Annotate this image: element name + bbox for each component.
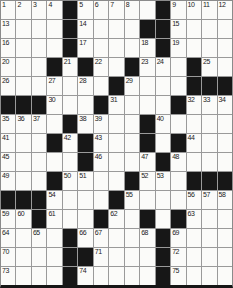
cell-r0c9[interactable] xyxy=(140,1,154,19)
black-cell-r14c10 xyxy=(156,267,170,285)
cell-r12c9[interactable]: 68 xyxy=(140,229,154,247)
cell-number: 31 xyxy=(110,96,117,104)
cell-r6c1[interactable]: 36 xyxy=(16,115,30,133)
black-cell-r0c4 xyxy=(63,1,77,19)
cell-r7c14[interactable] xyxy=(218,134,232,152)
cell-r13c3[interactable] xyxy=(47,248,61,266)
cell-r11c8[interactable] xyxy=(125,210,139,228)
cell-number: 22 xyxy=(95,58,102,66)
cell-number: 44 xyxy=(188,134,195,142)
black-cell-r11c2 xyxy=(32,210,46,228)
cell-r9c2[interactable] xyxy=(32,172,46,190)
black-cell-r6c9 xyxy=(140,115,154,133)
cell-r0c11[interactable]: 9 xyxy=(171,1,185,19)
cell-r7c10[interactable] xyxy=(156,134,170,152)
black-cell-r8c5 xyxy=(78,153,92,171)
cell-r6c8[interactable] xyxy=(125,115,139,133)
black-cell-r5c1 xyxy=(16,96,30,114)
cell-r4c3[interactable]: 27 xyxy=(47,77,61,95)
cell-number: 45 xyxy=(2,153,9,161)
cell-number: 64 xyxy=(2,229,9,237)
cell-r10c14[interactable]: 58 xyxy=(218,191,232,209)
cell-number: 28 xyxy=(79,77,86,85)
cell-r2c14[interactable] xyxy=(218,39,232,57)
cell-r9c7[interactable] xyxy=(109,172,123,190)
cell-r11c13[interactable] xyxy=(202,210,216,228)
cell-number: 7 xyxy=(110,1,113,9)
cell-r5c12[interactable]: 32 xyxy=(187,96,201,114)
cell-r2c3[interactable] xyxy=(47,39,61,57)
cell-r3c1[interactable] xyxy=(16,58,30,76)
cell-r1c0[interactable]: 13 xyxy=(1,20,15,38)
black-cell-r3c5 xyxy=(78,58,92,76)
cell-r0c13[interactable]: 11 xyxy=(202,1,216,19)
cell-r13c2[interactable] xyxy=(32,248,46,266)
cell-number: 75 xyxy=(172,267,179,275)
cell-r7c4[interactable]: 42 xyxy=(63,134,77,152)
cell-r14c11[interactable]: 75 xyxy=(171,267,185,285)
cell-r2c12[interactable] xyxy=(187,39,201,57)
cell-number: 10 xyxy=(188,1,195,9)
cell-number: 37 xyxy=(33,115,40,123)
black-cell-r7c11 xyxy=(171,134,185,152)
cell-r12c0[interactable]: 64 xyxy=(1,229,15,247)
cell-r7c8[interactable] xyxy=(125,134,139,152)
black-cell-r10c7 xyxy=(109,191,123,209)
cell-number: 63 xyxy=(188,210,195,218)
cell-r13c14[interactable] xyxy=(218,248,232,266)
cell-number: 19 xyxy=(172,39,179,47)
cell-r8c11[interactable]: 48 xyxy=(171,153,185,171)
cell-r12c3[interactable] xyxy=(47,229,61,247)
black-cell-r6c4 xyxy=(63,115,77,133)
cell-r10c10[interactable] xyxy=(156,191,170,209)
cell-r12c7[interactable] xyxy=(109,229,123,247)
cell-r1c11[interactable]: 15 xyxy=(171,20,185,38)
cell-r5c9[interactable] xyxy=(140,96,154,114)
cell-number: 29 xyxy=(126,77,133,85)
cell-r9c0[interactable]: 49 xyxy=(1,172,15,190)
cell-r8c12[interactable] xyxy=(187,153,201,171)
cell-number: 21 xyxy=(64,58,71,66)
cell-number: 15 xyxy=(172,20,179,28)
cell-number: 53 xyxy=(157,172,164,180)
black-cell-r7c9 xyxy=(140,134,154,152)
cell-r8c9[interactable]: 47 xyxy=(140,153,154,171)
cell-number: 23 xyxy=(141,58,148,66)
cell-r7c12[interactable]: 44 xyxy=(187,134,201,152)
cell-number: 32 xyxy=(188,96,195,104)
cell-r5c8[interactable] xyxy=(125,96,139,114)
cell-number: 46 xyxy=(95,153,102,161)
cell-r4c11[interactable] xyxy=(171,77,185,95)
cell-number: 49 xyxy=(2,172,9,180)
cell-number: 13 xyxy=(2,20,9,28)
cell-r3c4[interactable]: 21 xyxy=(63,58,77,76)
cell-r2c2[interactable] xyxy=(32,39,46,57)
cell-number: 52 xyxy=(141,172,148,180)
cell-r2c8[interactable] xyxy=(125,39,139,57)
cell-r3c13[interactable]: 25 xyxy=(202,58,216,76)
cell-r14c6[interactable] xyxy=(94,267,108,285)
cell-number: 24 xyxy=(157,58,164,66)
black-cell-r4c7 xyxy=(109,77,123,95)
cell-r3c0[interactable]: 20 xyxy=(1,58,15,76)
cell-r3c14[interactable] xyxy=(218,58,232,76)
cell-number: 60 xyxy=(17,210,24,218)
cell-r10c9[interactable] xyxy=(140,191,154,209)
cell-r14c12[interactable] xyxy=(187,267,201,285)
cell-r11c0[interactable]: 59 xyxy=(1,210,15,228)
cell-r8c13[interactable] xyxy=(202,153,216,171)
cell-r0c14[interactable]: 12 xyxy=(218,1,232,19)
cell-r10c11[interactable] xyxy=(171,191,185,209)
cell-r5c13[interactable]: 33 xyxy=(202,96,216,114)
cell-number: 43 xyxy=(95,134,102,142)
cell-r8c2[interactable] xyxy=(32,153,46,171)
cell-r5c3[interactable]: 30 xyxy=(47,96,61,114)
cell-number: 14 xyxy=(79,20,86,28)
cell-number: 59 xyxy=(2,210,9,218)
crossword-grid: 1234567891011121314151617181920212223242… xyxy=(0,0,233,288)
cell-r13c9[interactable] xyxy=(140,248,154,266)
cell-r2c0[interactable]: 16 xyxy=(1,39,15,57)
cell-r6c14[interactable] xyxy=(218,115,232,133)
black-cell-r4c13 xyxy=(202,77,216,95)
cell-r12c1[interactable] xyxy=(16,229,30,247)
cell-number: 8 xyxy=(126,1,129,9)
cell-r8c1[interactable] xyxy=(16,153,30,171)
cell-number: 66 xyxy=(79,229,86,237)
cell-r14c1[interactable] xyxy=(16,267,30,285)
cell-r3c6[interactable]: 22 xyxy=(94,58,108,76)
cell-r1c3[interactable] xyxy=(47,20,61,38)
cell-number: 48 xyxy=(172,153,179,161)
cell-r4c2[interactable] xyxy=(32,77,46,95)
cell-r2c13[interactable] xyxy=(202,39,216,57)
cell-r13c1[interactable] xyxy=(16,248,30,266)
cell-number: 3 xyxy=(33,1,36,9)
cell-number: 12 xyxy=(219,1,226,9)
cell-r6c0[interactable]: 35 xyxy=(1,115,15,133)
cell-number: 34 xyxy=(219,96,226,104)
cell-r10c12[interactable]: 56 xyxy=(187,191,201,209)
cell-r7c0[interactable]: 41 xyxy=(1,134,15,152)
black-cell-r9c8 xyxy=(125,172,139,190)
cell-number: 30 xyxy=(48,96,55,104)
cell-number: 61 xyxy=(48,210,55,218)
cell-r13c8[interactable] xyxy=(125,248,139,266)
cell-r3c10[interactable]: 24 xyxy=(156,58,170,76)
cell-r4c9[interactable] xyxy=(140,77,154,95)
cell-r6c12[interactable] xyxy=(187,115,201,133)
cell-number: 27 xyxy=(48,77,55,85)
black-cell-r14c4 xyxy=(63,267,77,285)
cell-r6c2[interactable]: 37 xyxy=(32,115,46,133)
cell-r9c9[interactable]: 52 xyxy=(140,172,154,190)
cell-r5c5[interactable] xyxy=(78,96,92,114)
cell-r14c7[interactable] xyxy=(109,267,123,285)
cell-r13c11[interactable]: 72 xyxy=(171,248,185,266)
cell-r9c11[interactable] xyxy=(171,172,185,190)
black-cell-r10c0 xyxy=(1,191,15,209)
cell-r4c0[interactable]: 26 xyxy=(1,77,15,95)
black-cell-r4c14 xyxy=(218,77,232,95)
cell-r6c13[interactable] xyxy=(202,115,216,133)
cell-number: 5 xyxy=(79,1,82,9)
cell-r1c5[interactable]: 14 xyxy=(78,20,92,38)
cell-r0c6[interactable]: 6 xyxy=(94,1,108,19)
cell-number: 16 xyxy=(2,39,9,47)
cell-r13c0[interactable]: 70 xyxy=(1,248,15,266)
cell-r8c4[interactable] xyxy=(63,153,77,171)
cell-number: 39 xyxy=(95,115,102,123)
black-cell-r9c14 xyxy=(218,172,232,190)
cell-r14c8[interactable] xyxy=(125,267,139,285)
cell-r12c11[interactable]: 69 xyxy=(171,229,185,247)
cell-number: 65 xyxy=(33,229,40,237)
cell-number: 70 xyxy=(2,248,9,256)
cell-number: 33 xyxy=(203,96,210,104)
cell-r0c0[interactable]: 1 xyxy=(1,1,15,19)
black-cell-r13c4 xyxy=(63,248,77,266)
cell-number: 4 xyxy=(48,1,51,9)
cell-number: 40 xyxy=(157,115,164,123)
cell-number: 56 xyxy=(188,191,195,199)
cell-r11c3[interactable]: 61 xyxy=(47,210,61,228)
cell-r3c9[interactable]: 23 xyxy=(140,58,154,76)
cell-r4c5[interactable]: 28 xyxy=(78,77,92,95)
black-cell-r0c10 xyxy=(156,1,170,19)
cell-number: 18 xyxy=(141,39,148,47)
black-cell-r1c4 xyxy=(63,20,77,38)
black-cell-r5c6 xyxy=(94,96,108,114)
cell-number: 54 xyxy=(48,191,55,199)
cell-number: 68 xyxy=(141,229,148,237)
cell-number: 72 xyxy=(172,248,179,256)
cell-r11c10[interactable] xyxy=(156,210,170,228)
cell-r1c14[interactable] xyxy=(218,20,232,38)
black-cell-r2c10 xyxy=(156,39,170,57)
black-cell-r5c0 xyxy=(1,96,15,114)
cell-r12c5[interactable]: 66 xyxy=(78,229,92,247)
cell-number: 73 xyxy=(2,267,9,275)
black-cell-r8c10 xyxy=(156,153,170,171)
cell-r8c3[interactable] xyxy=(47,153,61,171)
cell-r12c14[interactable] xyxy=(218,229,232,247)
cell-r6c3[interactable] xyxy=(47,115,61,133)
cell-number: 47 xyxy=(141,153,148,161)
cell-r11c12[interactable]: 63 xyxy=(187,210,201,228)
cell-r7c6[interactable]: 43 xyxy=(94,134,108,152)
cell-r12c8[interactable] xyxy=(125,229,139,247)
cell-r0c1[interactable]: 2 xyxy=(16,1,30,19)
cell-r0c8[interactable]: 8 xyxy=(125,1,139,19)
black-cell-r12c10 xyxy=(156,229,170,247)
black-cell-r13c5 xyxy=(78,248,92,266)
cell-number: 2 xyxy=(17,1,20,9)
black-cell-r11c9 xyxy=(140,210,154,228)
cell-number: 71 xyxy=(95,248,102,256)
cell-r1c1[interactable] xyxy=(16,20,30,38)
cell-r10c6[interactable] xyxy=(94,191,108,209)
cell-r7c7[interactable] xyxy=(109,134,123,152)
black-cell-r4c12 xyxy=(187,77,201,95)
cell-r14c13[interactable] xyxy=(202,267,216,285)
cell-r4c4[interactable] xyxy=(63,77,77,95)
cell-number: 67 xyxy=(95,229,102,237)
cell-r10c8[interactable]: 55 xyxy=(125,191,139,209)
cell-r8c8[interactable] xyxy=(125,153,139,171)
cell-r8c14[interactable] xyxy=(218,153,232,171)
black-cell-r5c2 xyxy=(32,96,46,114)
cell-number: 36 xyxy=(17,115,24,123)
cell-r1c7[interactable] xyxy=(109,20,123,38)
cell-r1c2[interactable] xyxy=(32,20,46,38)
cell-r5c7[interactable]: 31 xyxy=(109,96,123,114)
black-cell-r13c10 xyxy=(156,248,170,266)
cell-r6c7[interactable] xyxy=(109,115,123,133)
cell-r12c6[interactable]: 67 xyxy=(94,229,108,247)
cell-r6c5[interactable]: 38 xyxy=(78,115,92,133)
cell-number: 9 xyxy=(172,1,175,9)
cell-r2c7[interactable] xyxy=(109,39,123,57)
cell-number: 1 xyxy=(2,1,5,9)
cell-r5c14[interactable]: 34 xyxy=(218,96,232,114)
cell-r0c3[interactable]: 4 xyxy=(47,1,61,19)
cell-number: 55 xyxy=(126,191,133,199)
cell-r1c8[interactable] xyxy=(125,20,139,38)
cell-r3c7[interactable] xyxy=(109,58,123,76)
cell-r1c6[interactable] xyxy=(94,20,108,38)
cell-r14c2[interactable] xyxy=(32,267,46,285)
cell-r2c5[interactable]: 17 xyxy=(78,39,92,57)
black-cell-r5c11 xyxy=(171,96,185,114)
cell-r11c1[interactable]: 60 xyxy=(16,210,30,228)
cell-r9c4[interactable]: 50 xyxy=(63,172,77,190)
cell-r2c6[interactable] xyxy=(94,39,108,57)
cell-r13c13[interactable] xyxy=(202,248,216,266)
cell-number: 38 xyxy=(79,115,86,123)
cell-r13c7[interactable] xyxy=(109,248,123,266)
cell-r8c6[interactable]: 46 xyxy=(94,153,108,171)
black-cell-r10c1 xyxy=(16,191,30,209)
cell-r7c2[interactable] xyxy=(32,134,46,152)
cell-r1c13[interactable] xyxy=(202,20,216,38)
cell-r3c11[interactable] xyxy=(171,58,185,76)
cell-r7c1[interactable] xyxy=(16,134,30,152)
cell-r14c0[interactable]: 73 xyxy=(1,267,15,285)
black-cell-r9c13 xyxy=(202,172,216,190)
cell-r0c12[interactable]: 10 xyxy=(187,1,201,19)
cell-number: 17 xyxy=(79,39,86,47)
cell-number: 50 xyxy=(64,172,71,180)
cell-number: 41 xyxy=(2,134,9,142)
cell-number: 62 xyxy=(110,210,117,218)
cell-number: 69 xyxy=(172,229,179,237)
cell-r11c5[interactable] xyxy=(78,210,92,228)
cell-r12c13[interactable] xyxy=(202,229,216,247)
cell-r14c3[interactable] xyxy=(47,267,61,285)
cell-r4c1[interactable] xyxy=(16,77,30,95)
cell-number: 20 xyxy=(2,58,9,66)
black-cell-r9c3 xyxy=(47,172,61,190)
cell-r13c12[interactable] xyxy=(187,248,201,266)
black-cell-r2c4 xyxy=(63,39,77,57)
black-cell-r11c11 xyxy=(171,210,185,228)
black-cell-r7c5 xyxy=(78,134,92,152)
cell-r6c10[interactable]: 40 xyxy=(156,115,170,133)
cell-r2c1[interactable] xyxy=(16,39,30,57)
cell-number: 74 xyxy=(79,267,86,275)
cell-r7c13[interactable] xyxy=(202,134,216,152)
cell-r1c12[interactable] xyxy=(187,20,201,38)
cell-r12c2[interactable]: 65 xyxy=(32,229,46,247)
black-cell-r1c9 xyxy=(140,20,154,38)
cell-r5c4[interactable] xyxy=(63,96,77,114)
black-cell-r12c4 xyxy=(63,229,77,247)
cell-number: 58 xyxy=(219,191,226,199)
black-cell-r11c6 xyxy=(94,210,108,228)
cell-r9c5[interactable]: 51 xyxy=(78,172,92,190)
cell-r9c10[interactable]: 53 xyxy=(156,172,170,190)
black-cell-r7c3 xyxy=(47,134,61,152)
cell-number: 57 xyxy=(203,191,210,199)
cell-number: 11 xyxy=(203,1,209,9)
cell-r10c5[interactable] xyxy=(78,191,92,209)
cell-number: 51 xyxy=(79,172,86,180)
cell-r12c12[interactable] xyxy=(187,229,201,247)
cell-r14c14[interactable] xyxy=(218,267,232,285)
black-cell-r1c10 xyxy=(156,20,170,38)
cell-r0c2[interactable]: 3 xyxy=(32,1,46,19)
cell-r4c8[interactable]: 29 xyxy=(125,77,139,95)
cell-r0c7[interactable]: 7 xyxy=(109,1,123,19)
black-cell-r3c3 xyxy=(47,58,61,76)
cell-r14c5[interactable]: 74 xyxy=(78,267,92,285)
cell-r3c2[interactable] xyxy=(32,58,46,76)
cell-r4c6[interactable] xyxy=(94,77,108,95)
cell-r11c7[interactable]: 62 xyxy=(109,210,123,228)
cell-r10c13[interactable]: 57 xyxy=(202,191,216,209)
cell-number: 42 xyxy=(64,134,71,142)
black-cell-r10c2 xyxy=(32,191,46,209)
cell-r9c6[interactable] xyxy=(94,172,108,190)
cell-r4c10[interactable] xyxy=(156,77,170,95)
cell-r2c9[interactable]: 18 xyxy=(140,39,154,57)
cell-r6c11[interactable] xyxy=(171,115,185,133)
cell-r10c3[interactable]: 54 xyxy=(47,191,61,209)
black-cell-r3c12 xyxy=(187,58,201,76)
cell-r8c7[interactable] xyxy=(109,153,123,171)
cell-r9c1[interactable] xyxy=(16,172,30,190)
cell-r14c9[interactable] xyxy=(140,267,154,285)
cell-r8c0[interactable]: 45 xyxy=(1,153,15,171)
cell-r5c10[interactable] xyxy=(156,96,170,114)
cell-number: 26 xyxy=(2,77,9,85)
cell-r13c6[interactable]: 71 xyxy=(94,248,108,266)
cell-number: 6 xyxy=(95,1,98,9)
cell-r6c6[interactable]: 39 xyxy=(94,115,108,133)
black-cell-r9c12 xyxy=(187,172,201,190)
cell-number: 35 xyxy=(2,115,9,123)
cell-r0c5[interactable]: 5 xyxy=(78,1,92,19)
cell-r2c11[interactable]: 19 xyxy=(171,39,185,57)
cell-r10c4[interactable] xyxy=(63,191,77,209)
cell-r11c4[interactable] xyxy=(63,210,77,228)
cell-number: 25 xyxy=(203,58,210,66)
cell-r11c14[interactable] xyxy=(218,210,232,228)
